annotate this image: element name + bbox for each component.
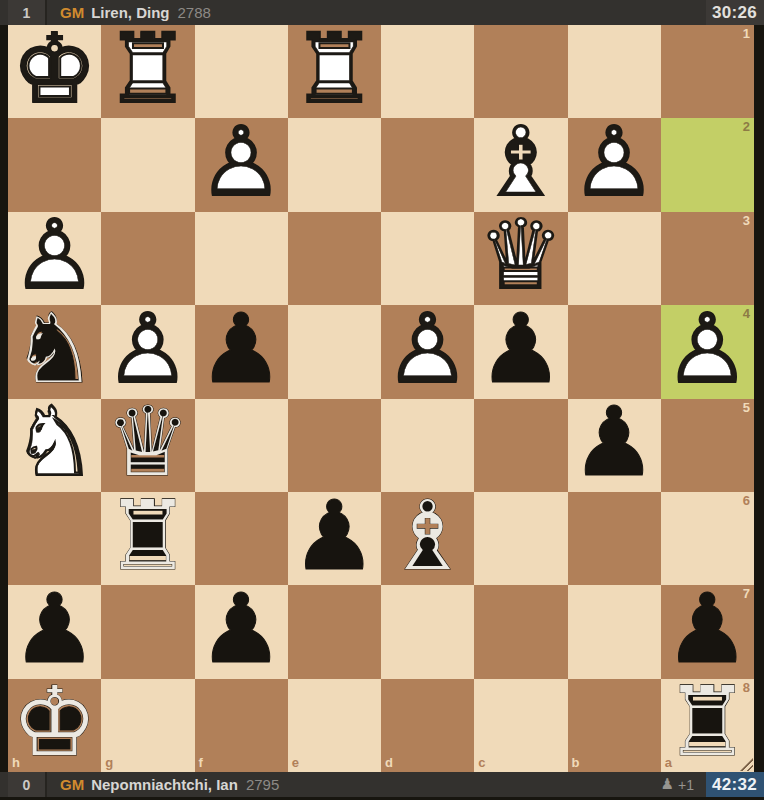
rank-label-2: 2: [743, 120, 750, 133]
square-h7[interactable]: ♟♙: [8, 585, 101, 678]
piece-black-pawn[interactable]: ♟♙: [195, 585, 288, 678]
square-c3[interactable]: ♛♕: [474, 212, 567, 305]
square-c8[interactable]: c: [474, 679, 567, 772]
top-player-name: Liren, Ding: [91, 4, 169, 21]
bottom-bar-spacer: [279, 772, 660, 797]
top-player-ident: GM Liren, Ding 2788: [47, 0, 211, 25]
square-f2[interactable]: ♟♙: [195, 118, 288, 211]
piece-black-pawn[interactable]: ♟♙: [474, 305, 567, 398]
bottom-score: 0: [8, 772, 47, 797]
top-player-rating: 2788: [178, 4, 211, 21]
file-label-c: c: [478, 756, 485, 769]
material-advantage: +1: [661, 772, 694, 797]
square-a3[interactable]: 3: [661, 212, 754, 305]
piece-black-rook[interactable]: ♜♖: [661, 679, 754, 772]
piece-white-queen[interactable]: ♛♕: [474, 212, 567, 305]
square-b5[interactable]: ♟♙: [568, 399, 661, 492]
square-a6[interactable]: 6: [661, 492, 754, 585]
file-label-b: b: [572, 756, 580, 769]
square-b1[interactable]: [568, 25, 661, 118]
square-g7[interactable]: [101, 585, 194, 678]
square-h5[interactable]: ♞♘: [8, 399, 101, 492]
square-h3[interactable]: ♟♙: [8, 212, 101, 305]
piece-white-pawn[interactable]: ♟♙: [661, 305, 754, 398]
bottom-player-rating: 2795: [246, 776, 279, 793]
square-b7[interactable]: [568, 585, 661, 678]
rank-label-3: 3: [743, 214, 750, 227]
piece-black-rook[interactable]: ♜♖: [101, 492, 194, 585]
top-player-title: GM: [60, 4, 84, 21]
square-a8[interactable]: 8a♜♖: [661, 679, 754, 772]
bottom-player-name: Nepomniachtchi, Ian: [91, 776, 238, 793]
square-a2[interactable]: 2: [661, 118, 754, 211]
square-c1[interactable]: [474, 25, 567, 118]
piece-black-pawn[interactable]: ♟♙: [195, 305, 288, 398]
top-score: 1: [8, 0, 47, 25]
square-a1[interactable]: 1: [661, 25, 754, 118]
file-label-e: e: [292, 756, 299, 769]
piece-white-pawn[interactable]: ♟♙: [8, 212, 101, 305]
square-g4[interactable]: ♟♙: [101, 305, 194, 398]
square-b4[interactable]: [568, 305, 661, 398]
square-e4[interactable]: [288, 305, 381, 398]
square-e6[interactable]: ♟♙: [288, 492, 381, 585]
file-label-g: g: [105, 756, 113, 769]
square-a4[interactable]: 4♟♙: [661, 305, 754, 398]
square-c4[interactable]: ♟♙: [474, 305, 567, 398]
square-b3[interactable]: [568, 212, 661, 305]
square-d4[interactable]: ♟♙: [381, 305, 474, 398]
square-g5[interactable]: ♛♕: [101, 399, 194, 492]
chess-board: ♚♔♜♖♜♖1♟♙♝♗♟♙2♟♙♛♕3♞♘♟♙♟♙♟♙♟♙4♟♙♞♘♛♕♟♙5♜…: [8, 25, 754, 772]
square-f8[interactable]: f: [195, 679, 288, 772]
square-f4[interactable]: ♟♙: [195, 305, 288, 398]
square-e7[interactable]: [288, 585, 381, 678]
rank-label-1: 1: [743, 27, 750, 40]
rank-label-5: 5: [743, 401, 750, 414]
square-g6[interactable]: ♜♖: [101, 492, 194, 585]
file-label-d: d: [385, 756, 393, 769]
bottom-clock: 42:32: [706, 772, 764, 797]
top-clock: 30:26: [706, 0, 764, 25]
bottom-player-title: GM: [60, 776, 84, 793]
piece-black-queen[interactable]: ♛♕: [101, 399, 194, 492]
square-b8[interactable]: b: [568, 679, 661, 772]
square-f3[interactable]: [195, 212, 288, 305]
square-b6[interactable]: [568, 492, 661, 585]
square-b2[interactable]: ♟♙: [568, 118, 661, 211]
rank-label-6: 6: [743, 494, 750, 507]
square-f7[interactable]: ♟♙: [195, 585, 288, 678]
square-e2[interactable]: [288, 118, 381, 211]
square-h8[interactable]: h♚♔: [8, 679, 101, 772]
top-bar-spacer: [211, 0, 706, 25]
square-h4[interactable]: ♞♘: [8, 305, 101, 398]
piece-white-rook[interactable]: ♜♖: [288, 25, 381, 118]
square-c5[interactable]: [474, 399, 567, 492]
square-c2[interactable]: ♝♗: [474, 118, 567, 211]
piece-white-pawn[interactable]: ♟♙: [101, 305, 194, 398]
square-c6[interactable]: [474, 492, 567, 585]
square-h6[interactable]: [8, 492, 101, 585]
square-d5[interactable]: [381, 399, 474, 492]
square-d3[interactable]: [381, 212, 474, 305]
square-f5[interactable]: [195, 399, 288, 492]
piece-black-knight[interactable]: ♞♘: [8, 305, 101, 398]
piece-black-king[interactable]: ♚♔: [8, 679, 101, 772]
square-h2[interactable]: [8, 118, 101, 211]
piece-white-king[interactable]: ♚♔: [8, 25, 101, 118]
pawn-icon: [661, 777, 674, 792]
top-player-bar: 1 GM Liren, Ding 2788 30:26: [0, 0, 764, 25]
square-g2[interactable]: [101, 118, 194, 211]
game-window: 1 GM Liren, Ding 2788 30:26 ♚♔♜♖♜♖1♟♙♝♗♟…: [0, 0, 764, 800]
square-h1[interactable]: ♚♔: [8, 25, 101, 118]
square-g1[interactable]: ♜♖: [101, 25, 194, 118]
piece-white-knight[interactable]: ♞♘: [8, 399, 101, 492]
piece-black-bishop[interactable]: ♝♗: [381, 492, 474, 585]
square-e8[interactable]: e: [288, 679, 381, 772]
square-g3[interactable]: [101, 212, 194, 305]
piece-black-pawn[interactable]: ♟♙: [568, 399, 661, 492]
square-f6[interactable]: [195, 492, 288, 585]
file-label-f: f: [199, 756, 203, 769]
piece-white-rook[interactable]: ♜♖: [101, 25, 194, 118]
square-d6[interactable]: ♝♗: [381, 492, 474, 585]
piece-white-pawn[interactable]: ♟♙: [568, 118, 661, 211]
square-e5[interactable]: [288, 399, 381, 492]
square-g8[interactable]: g: [101, 679, 194, 772]
square-d7[interactable]: [381, 585, 474, 678]
material-value: +1: [678, 777, 694, 793]
square-e1[interactable]: ♜♖: [288, 25, 381, 118]
square-a7[interactable]: 7♟♙: [661, 585, 754, 678]
piece-white-pawn[interactable]: ♟♙: [381, 305, 474, 398]
piece-black-pawn[interactable]: ♟♙: [288, 492, 381, 585]
square-f1[interactable]: [195, 25, 288, 118]
piece-white-pawn[interactable]: ♟♙: [195, 118, 288, 211]
piece-black-pawn[interactable]: ♟♙: [661, 585, 754, 678]
bottom-player-bar: 0 GM Nepomniachtchi, Ian 2795 +1 42:32: [0, 772, 764, 797]
piece-white-bishop[interactable]: ♝♗: [474, 118, 567, 211]
square-e3[interactable]: [288, 212, 381, 305]
square-d1[interactable]: [381, 25, 474, 118]
piece-black-pawn[interactable]: ♟♙: [8, 585, 101, 678]
square-d2[interactable]: [381, 118, 474, 211]
square-c7[interactable]: [474, 585, 567, 678]
square-d8[interactable]: d: [381, 679, 474, 772]
bottom-player-ident: GM Nepomniachtchi, Ian 2795: [47, 772, 279, 797]
square-a5[interactable]: 5: [661, 399, 754, 492]
